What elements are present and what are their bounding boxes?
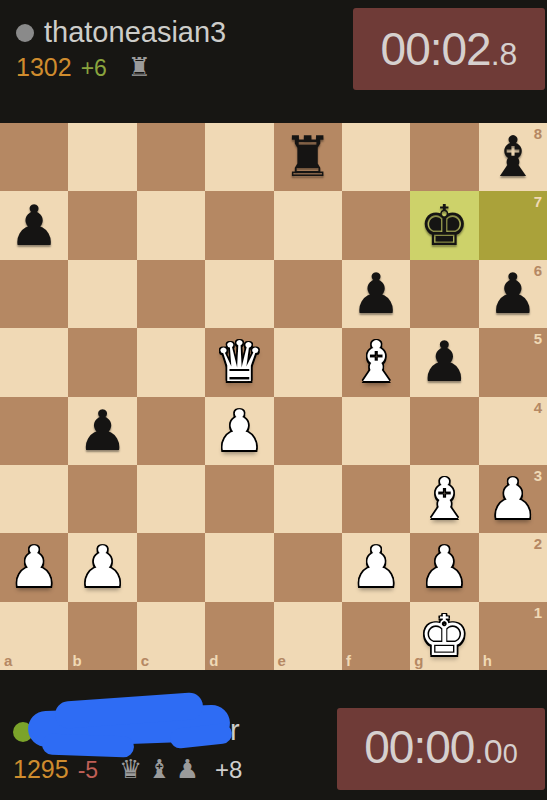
black-pawn[interactable]: ♟ <box>419 334 469 390</box>
white-bishop[interactable]: ♝ <box>419 471 469 527</box>
square-a4[interactable] <box>0 397 68 465</box>
coord-file-h: h <box>483 653 492 668</box>
square-f1[interactable]: f <box>342 602 410 670</box>
top-player-rating: 1302 <box>16 53 72 82</box>
top-clock-fraction: .8 <box>491 36 518 73</box>
square-b1[interactable]: b <box>68 602 136 670</box>
square-c6[interactable] <box>137 260 205 328</box>
square-d7[interactable] <box>205 191 273 259</box>
black-pawn[interactable]: ♟ <box>77 403 127 459</box>
top-player-rating-diff: +6 <box>81 55 107 82</box>
white-queen[interactable]: ♛ <box>214 334 264 390</box>
square-d5[interactable]: ♛ <box>205 328 273 396</box>
top-player-name[interactable]: thatoneasian3 <box>44 16 226 49</box>
square-d3[interactable] <box>205 465 273 533</box>
square-e3[interactable] <box>274 465 342 533</box>
square-h7[interactable]: 7 <box>479 191 547 259</box>
square-f7[interactable] <box>342 191 410 259</box>
square-h6[interactable]: ♟6 <box>479 260 547 328</box>
top-player-captured-pieces-icons: ♜ <box>128 52 156 82</box>
black-rook[interactable]: ♜ <box>283 129 333 185</box>
square-a7[interactable]: ♟ <box>0 191 68 259</box>
square-h8[interactable]: ♝8 <box>479 123 547 191</box>
square-e6[interactable] <box>274 260 342 328</box>
square-g7[interactable]: ♚ <box>410 191 478 259</box>
square-c2[interactable] <box>137 533 205 601</box>
coord-file-g: g <box>414 653 423 668</box>
coord-rank-6: 6 <box>534 263 542 278</box>
square-e5[interactable] <box>274 328 342 396</box>
square-d6[interactable] <box>205 260 273 328</box>
black-pawn[interactable]: ♟ <box>488 266 538 322</box>
coord-file-b: b <box>72 653 81 668</box>
white-pawn[interactable]: ♟ <box>214 403 264 459</box>
square-b6[interactable] <box>68 260 136 328</box>
square-g3[interactable]: ♝ <box>410 465 478 533</box>
coord-rank-1: 1 <box>534 605 542 620</box>
white-pawn[interactable]: ♟ <box>488 471 538 527</box>
square-e7[interactable] <box>274 191 342 259</box>
square-f8[interactable] <box>342 123 410 191</box>
top-player-clock: 00:02.8 <box>353 8 545 90</box>
square-f2[interactable]: ♟ <box>342 533 410 601</box>
square-a6[interactable] <box>0 260 68 328</box>
square-f3[interactable] <box>342 465 410 533</box>
white-bishop[interactable]: ♝ <box>351 334 401 390</box>
square-f6[interactable]: ♟ <box>342 260 410 328</box>
coord-rank-7: 7 <box>534 194 542 209</box>
square-b7[interactable] <box>68 191 136 259</box>
chess-board: ♜♝8♟♚7♟♟6♛♝♟5♟♟4♝♟3♟♟♟♟2abcdef♚g1h <box>0 123 547 670</box>
bottom-player-material-advantage: +8 <box>215 756 242 784</box>
square-a8[interactable] <box>0 123 68 191</box>
white-pawn[interactable]: ♟ <box>77 539 127 595</box>
square-f5[interactable]: ♝ <box>342 328 410 396</box>
square-a2[interactable]: ♟ <box>0 533 68 601</box>
coord-file-f: f <box>346 653 351 668</box>
square-a5[interactable] <box>0 328 68 396</box>
square-c8[interactable] <box>137 123 205 191</box>
bottom-clock-fraction2: 0 <box>503 739 518 770</box>
coord-rank-8: 8 <box>534 126 542 141</box>
top-clock-main: 00:02 <box>381 22 491 76</box>
square-e8[interactable]: ♜ <box>274 123 342 191</box>
square-a3[interactable] <box>0 465 68 533</box>
coord-rank-3: 3 <box>534 468 542 483</box>
bottom-clock-main: 00:00 <box>364 720 474 774</box>
square-b3[interactable] <box>68 465 136 533</box>
square-h3[interactable]: ♟3 <box>479 465 547 533</box>
square-e2[interactable] <box>274 533 342 601</box>
square-d4[interactable]: ♟ <box>205 397 273 465</box>
square-g8[interactable] <box>410 123 478 191</box>
white-king[interactable]: ♚ <box>419 608 469 664</box>
coord-rank-4: 4 <box>534 400 542 415</box>
black-bishop[interactable]: ♝ <box>488 129 538 185</box>
square-d1[interactable]: d <box>205 602 273 670</box>
black-pawn[interactable]: ♟ <box>351 266 401 322</box>
white-pawn[interactable]: ♟ <box>351 539 401 595</box>
bottom-player-rating-diff: -5 <box>78 757 98 784</box>
square-g2[interactable]: ♟ <box>410 533 478 601</box>
top-player-rating-line: 1302 +6 ♜ <box>16 52 156 82</box>
square-h5[interactable]: 5 <box>479 328 547 396</box>
square-c3[interactable] <box>137 465 205 533</box>
coord-file-c: c <box>141 653 149 668</box>
bottom-clock-fraction: .0 <box>474 732 502 771</box>
top-player-bar: thatoneasian3 1302 +6 ♜ 00:02.8 <box>0 0 547 123</box>
square-d2[interactable] <box>205 533 273 601</box>
bottom-player-clock: 00:00.00 <box>337 708 545 790</box>
square-e1[interactable]: e <box>274 602 342 670</box>
square-a1[interactable]: a <box>0 602 68 670</box>
bottom-player-captured-pieces-icons: ♛♝♟ <box>119 754 204 784</box>
bottom-player-rating-line: 1295 -5 ♛♝♟ +8 <box>13 754 242 784</box>
square-g6[interactable] <box>410 260 478 328</box>
square-b4[interactable]: ♟ <box>68 397 136 465</box>
square-h1[interactable]: 1h <box>479 602 547 670</box>
square-c5[interactable] <box>137 328 205 396</box>
white-pawn[interactable]: ♟ <box>9 539 59 595</box>
white-pawn[interactable]: ♟ <box>419 539 469 595</box>
square-c7[interactable] <box>137 191 205 259</box>
square-f4[interactable] <box>342 397 410 465</box>
coord-file-e: e <box>278 653 286 668</box>
square-e4[interactable] <box>274 397 342 465</box>
square-g5[interactable]: ♟ <box>410 328 478 396</box>
square-c4[interactable] <box>137 397 205 465</box>
game-screen: thatoneasian3 1302 +6 ♜ 00:02.8 ♜♝8♟♚7♟♟… <box>0 0 547 800</box>
square-h4[interactable]: 4 <box>479 397 547 465</box>
square-b8[interactable] <box>68 123 136 191</box>
coord-rank-2: 2 <box>534 536 542 551</box>
black-king[interactable]: ♚ <box>419 198 469 254</box>
square-d8[interactable] <box>205 123 273 191</box>
square-b2[interactable]: ♟ <box>68 533 136 601</box>
square-g1[interactable]: ♚g <box>410 602 478 670</box>
black-pawn[interactable]: ♟ <box>9 198 59 254</box>
top-player-line: thatoneasian3 <box>16 16 226 49</box>
coord-rank-5: 5 <box>534 331 542 346</box>
bottom-player-rating: 1295 <box>13 755 69 784</box>
square-g4[interactable] <box>410 397 478 465</box>
square-c1[interactable]: c <box>137 602 205 670</box>
top-player-status-icon <box>16 24 34 42</box>
coord-file-d: d <box>209 653 218 668</box>
bottom-player-bar: M r 1295 -5 ♛♝♟ +8 00:00.00 <box>0 670 547 800</box>
square-b5[interactable] <box>68 328 136 396</box>
square-h2[interactable]: 2 <box>479 533 547 601</box>
coord-file-a: a <box>4 653 12 668</box>
